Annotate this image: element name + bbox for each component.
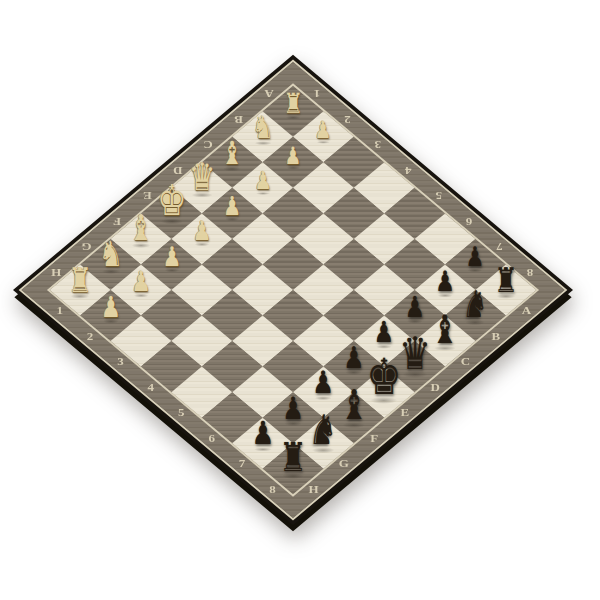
rank-label-5-bottom: 5 <box>178 407 184 418</box>
file-label-h-left: H <box>51 267 61 278</box>
rank-label-7-bottom: 7 <box>238 458 245 469</box>
rank-label-6-top: 6 <box>465 216 472 227</box>
file-label-g-right: G <box>339 458 349 469</box>
rank-label-1-top: 1 <box>313 88 320 99</box>
file-label-a-right: A <box>522 304 531 315</box>
file-label-b-right: B <box>492 330 501 341</box>
file-label-c-right: C <box>461 356 470 367</box>
rank-label-2-bottom: 2 <box>86 330 93 341</box>
rank-label-1-bottom: 1 <box>56 304 63 315</box>
board-squares <box>50 86 536 495</box>
rank-label-5-top: 5 <box>435 190 442 201</box>
file-label-d-right: D <box>431 381 440 392</box>
rank-label-7-top: 7 <box>496 241 503 252</box>
photo-background: 1122334455667788AABBCCDDEEFFGGHH ♜♞♝♛♚♝♞… <box>0 0 600 600</box>
file-label-f-left: F <box>113 216 121 227</box>
rank-label-8-bottom: 8 <box>269 483 276 494</box>
file-label-e-left: E <box>143 190 152 201</box>
file-label-d-left: D <box>173 165 182 176</box>
file-label-b-left: B <box>235 114 244 125</box>
rank-label-3-bottom: 3 <box>117 356 123 367</box>
rank-label-3-top: 3 <box>374 139 381 150</box>
file-label-h-right: H <box>309 483 319 494</box>
file-label-c-left: C <box>204 139 213 150</box>
rank-label-8-top: 8 <box>526 267 533 278</box>
rank-label-4-top: 4 <box>405 165 412 176</box>
file-label-e-right: E <box>401 407 410 418</box>
file-label-g-left: G <box>82 241 92 252</box>
board-edge: 1122334455667788AABBCCDDEEFFGGHH <box>13 55 573 525</box>
board-frame: 1122334455667788AABBCCDDEEFFGGHH <box>19 60 568 521</box>
chess-board: 1122334455667788AABBCCDDEEFFGGHH <box>0 0 600 600</box>
file-label-a-left: A <box>265 88 274 99</box>
file-label-f-right: F <box>371 432 379 443</box>
rank-label-6-bottom: 6 <box>208 432 215 443</box>
rank-label-4-bottom: 4 <box>147 381 153 392</box>
rank-label-2-top: 2 <box>344 114 351 125</box>
